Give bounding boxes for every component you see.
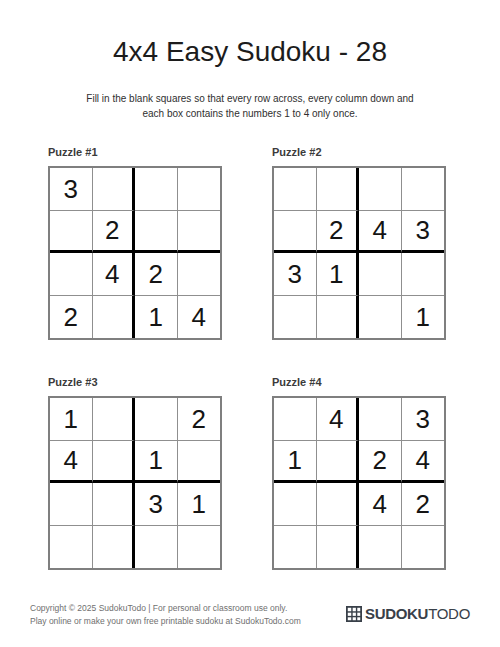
puzzle-1-cell-r2c1 [50, 211, 93, 254]
puzzle-2-cell-r2c3: 4 [359, 211, 402, 254]
puzzle-2-cell-r1c4 [402, 168, 445, 211]
puzzle-1-cell-r1c2 [93, 168, 136, 211]
puzzle-2-grid: 243311 [272, 166, 446, 340]
puzzle-4-cell-r3c1 [274, 483, 317, 526]
instructions-line-2: each box contains the numbers 1 to 4 onl… [0, 106, 500, 121]
instructions-line-1: Fill in the blank squares so that every … [0, 91, 500, 106]
puzzle-1-cell-r1c1: 3 [50, 168, 93, 211]
puzzle-1-cell-r2c4 [178, 211, 221, 254]
puzzle-3-cell-r4c2 [93, 526, 136, 569]
puzzle-4-cell-r4c2 [317, 526, 360, 569]
puzzle-2-cell-r3c4 [402, 253, 445, 296]
puzzle-2-cell-r2c2: 2 [317, 211, 360, 254]
footer-copyright: Copyright © 2025 SudokuTodo | For person… [30, 602, 301, 628]
puzzle-1-cell-r3c3: 2 [135, 253, 178, 296]
puzzle-2-cell-r1c2 [317, 168, 360, 211]
footer-copyright-line-1: Copyright © 2025 SudokuTodo | For person… [30, 602, 301, 615]
puzzle-2-cell-r1c1 [274, 168, 317, 211]
puzzle-4-cell-r2c4: 4 [402, 441, 445, 484]
puzzle-3: Puzzle #3 124131 [48, 376, 222, 570]
puzzle-1-cell-r4c1: 2 [50, 296, 93, 339]
logo-text-sudoku: SUDOKU [365, 605, 428, 622]
footer-copyright-line-2: Play online or make your own free printa… [30, 615, 301, 628]
puzzle-2-cell-r4c3 [359, 296, 402, 339]
puzzle-1-cell-r3c2: 4 [93, 253, 136, 296]
puzzle-1-label: Puzzle #1 [48, 146, 222, 159]
puzzle-4-cell-r2c3: 2 [359, 441, 402, 484]
logo-wordmark: SUDOKUTODO [365, 605, 470, 622]
puzzle-1-cell-r3c1 [50, 253, 93, 296]
puzzle-4-cell-r2c1: 1 [274, 441, 317, 484]
puzzle-4-cell-r3c3: 4 [359, 483, 402, 526]
puzzle-4-cell-r4c4 [402, 526, 445, 569]
puzzle-4-cell-r1c4: 3 [402, 398, 445, 441]
puzzle-4-cell-r4c1 [274, 526, 317, 569]
puzzle-3-cell-r2c3: 1 [135, 441, 178, 484]
printable-sudoku-sheet: 4x4 Easy Sudoku - 28 Fill in the blank s… [0, 0, 500, 647]
puzzle-1-grid: 3242214 [48, 166, 222, 340]
puzzle-4-cell-r4c3 [359, 526, 402, 569]
sudoku-grid-icon [346, 606, 362, 622]
puzzle-1-cell-r1c3 [135, 168, 178, 211]
puzzle-3-cell-r3c1 [50, 483, 93, 526]
puzzle-3-cell-r4c3 [135, 526, 178, 569]
puzzle-2-cell-r3c1: 3 [274, 253, 317, 296]
puzzle-3-cell-r2c2 [93, 441, 136, 484]
puzzle-1-cell-r4c4: 4 [178, 296, 221, 339]
puzzle-1-cell-r2c2: 2 [93, 211, 136, 254]
puzzle-1-cell-r4c2 [93, 296, 136, 339]
puzzle-1-cell-r4c3: 1 [135, 296, 178, 339]
sudokutodo-logo: SUDOKUTODO [346, 605, 470, 622]
puzzle-3-label: Puzzle #3 [48, 376, 222, 389]
puzzle-4-cell-r2c2 [317, 441, 360, 484]
puzzle-4-cell-r3c4: 2 [402, 483, 445, 526]
puzzle-2-cell-r2c1 [274, 211, 317, 254]
puzzle-4-label: Puzzle #4 [272, 376, 446, 389]
puzzle-2-cell-r4c4: 1 [402, 296, 445, 339]
puzzle-3-cell-r2c1: 4 [50, 441, 93, 484]
puzzle-2-cell-r4c1 [274, 296, 317, 339]
puzzle-2-label: Puzzle #2 [272, 146, 446, 159]
puzzle-4: Puzzle #4 4312442 [272, 376, 446, 570]
puzzle-4-cell-r1c2: 4 [317, 398, 360, 441]
puzzle-3-cell-r4c4 [178, 526, 221, 569]
puzzle-4-cell-r1c1 [274, 398, 317, 441]
puzzle-1-cell-r2c3 [135, 211, 178, 254]
puzzle-2-cell-r2c4: 3 [402, 211, 445, 254]
puzzle-3-cell-r1c2 [93, 398, 136, 441]
puzzle-3-cell-r3c3: 3 [135, 483, 178, 526]
puzzle-2-cell-r3c2: 1 [317, 253, 360, 296]
puzzle-3-cell-r3c2 [93, 483, 136, 526]
puzzle-2: Puzzle #2 243311 [272, 146, 446, 340]
page-title: 4x4 Easy Sudoku - 28 [0, 36, 500, 68]
logo-text-todo: TODO [428, 605, 470, 622]
puzzle-3-cell-r3c4: 1 [178, 483, 221, 526]
puzzle-3-cell-r4c1 [50, 526, 93, 569]
puzzle-2-cell-r3c3 [359, 253, 402, 296]
puzzle-4-cell-r3c2 [317, 483, 360, 526]
puzzle-1-cell-r3c4 [178, 253, 221, 296]
puzzle-3-cell-r1c3 [135, 398, 178, 441]
puzzle-1: Puzzle #1 3242214 [48, 146, 222, 340]
puzzle-3-cell-r2c4 [178, 441, 221, 484]
puzzle-4-cell-r1c3 [359, 398, 402, 441]
puzzle-4-grid: 4312442 [272, 396, 446, 570]
puzzle-2-cell-r4c2 [317, 296, 360, 339]
puzzle-3-cell-r1c1: 1 [50, 398, 93, 441]
puzzle-3-grid: 124131 [48, 396, 222, 570]
puzzle-3-cell-r1c4: 2 [178, 398, 221, 441]
puzzle-1-cell-r1c4 [178, 168, 221, 211]
instructions: Fill in the blank squares so that every … [0, 91, 500, 121]
puzzle-2-cell-r1c3 [359, 168, 402, 211]
